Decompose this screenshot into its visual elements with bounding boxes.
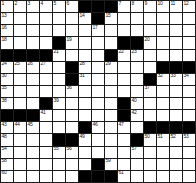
clue-number: 28 (80, 62, 85, 67)
cell-r3c8[interactable]: 17 (92, 25, 104, 36)
cell-r10c12[interactable] (144, 110, 156, 121)
clue-number: 41 (41, 110, 46, 115)
clue-number: 18 (2, 37, 7, 42)
cell-r15c1[interactable]: 60 (1, 171, 13, 182)
cell-r7c7[interactable]: 31 (79, 74, 91, 85)
cell-r4c7[interactable] (79, 37, 91, 48)
cell-r15c12[interactable] (144, 171, 156, 182)
cell-r10c4[interactable]: 41 (40, 110, 52, 121)
cell-r7c2[interactable] (14, 74, 26, 85)
cell-r7c5[interactable] (53, 74, 65, 85)
clue-number: 42 (132, 110, 137, 115)
cell-r6c4[interactable]: 27 (40, 62, 52, 73)
cell-r2c15[interactable] (183, 13, 195, 24)
cell-r15c2[interactable] (14, 171, 26, 182)
black-cell-r2c8 (92, 13, 104, 24)
cell-r8c9[interactable] (105, 86, 117, 97)
cell-r1c15[interactable]: 12 (183, 1, 195, 12)
cell-r13c9[interactable] (105, 147, 117, 158)
cell-r14c13[interactable] (157, 159, 169, 170)
cell-r4c9[interactable] (105, 37, 117, 48)
black-cell-r11c13 (157, 122, 169, 133)
cell-r15c11[interactable] (131, 171, 143, 182)
clue-number: 16 (2, 25, 7, 30)
cell-r3c4[interactable] (40, 25, 52, 36)
black-cell-r7c12 (144, 74, 156, 85)
clue-number: 1 (2, 1, 4, 6)
cell-r8c8[interactable] (92, 86, 104, 97)
cell-r13c5[interactable]: 55 (53, 147, 65, 158)
cell-r7c13[interactable]: 32 (157, 74, 169, 85)
cell-r7c3[interactable] (27, 74, 39, 85)
clue-number: 36 (67, 86, 72, 91)
black-cell-r11c15 (183, 122, 195, 133)
cell-r7c10[interactable] (118, 74, 130, 85)
cell-r6c8[interactable] (92, 62, 104, 73)
cell-r8c4[interactable] (40, 86, 52, 97)
black-cell-r5c3 (27, 50, 39, 61)
clue-number: 30 (2, 74, 7, 79)
cell-r12c4[interactable] (40, 134, 52, 145)
cell-r2c10[interactable] (118, 13, 130, 24)
clue-number: 58 (2, 159, 7, 164)
cell-r11c1[interactable]: 43 (1, 122, 13, 133)
black-cell-r12c11 (131, 134, 143, 145)
cell-r12c3[interactable] (27, 134, 39, 145)
cell-r2c4[interactable] (40, 13, 52, 24)
clue-number: 49 (80, 134, 85, 139)
clue-number: 21 (54, 50, 59, 55)
cell-r13c12[interactable] (144, 147, 156, 158)
black-cell-r11c7 (79, 122, 91, 133)
cell-r8c1[interactable]: 35 (1, 86, 13, 97)
cell-r15c14[interactable] (170, 171, 182, 182)
cell-r9c5[interactable]: 39 (53, 98, 65, 109)
black-cell-r10c10 (118, 110, 130, 121)
cell-r10c9[interactable] (105, 110, 117, 121)
clue-number: 39 (54, 98, 59, 103)
cell-r14c5[interactable] (53, 159, 65, 170)
cell-r14c6[interactable] (66, 159, 78, 170)
cell-r3c1[interactable]: 16 (1, 25, 13, 36)
black-cell-r5c2 (14, 50, 26, 61)
black-cell-r1c7 (79, 1, 91, 12)
cell-r14c4[interactable] (40, 159, 52, 170)
cell-r13c7[interactable] (79, 147, 91, 158)
cell-r9c9[interactable] (105, 98, 117, 109)
cell-r11c11[interactable] (131, 122, 143, 133)
cell-r12c9[interactable] (105, 134, 117, 145)
cell-r8c13[interactable] (157, 86, 169, 97)
clue-number: 37 (145, 86, 150, 91)
cell-r6c5[interactable] (53, 62, 65, 73)
cell-r13c1[interactable]: 54 (1, 147, 13, 158)
clue-number: 31 (80, 74, 85, 79)
clue-number: 48 (2, 134, 7, 139)
cell-r12c8[interactable] (92, 134, 104, 145)
cell-r14c1[interactable]: 58 (1, 159, 13, 170)
cell-r4c8[interactable] (92, 37, 104, 48)
black-cell-r11c14 (170, 122, 182, 133)
cell-r3c9[interactable] (105, 25, 117, 36)
cell-r15c13[interactable] (157, 171, 169, 182)
cell-r2c12[interactable] (144, 13, 156, 24)
cell-r3c13[interactable] (157, 25, 169, 36)
black-cell-r6c13 (157, 62, 169, 73)
cell-r9c1[interactable]: 38 (1, 98, 13, 109)
cell-r8c6[interactable]: 36 (66, 86, 78, 97)
cell-r13c4[interactable] (40, 147, 52, 158)
clue-number: 12 (184, 1, 189, 6)
clue-number: 3 (28, 1, 30, 6)
black-cell-r5c4 (40, 50, 52, 61)
cell-r9c3[interactable] (27, 98, 39, 109)
cell-r1c12[interactable]: 9 (144, 1, 156, 12)
cell-r2c2[interactable] (14, 13, 26, 24)
clue-number: 53 (184, 134, 189, 139)
black-cell-r12c5 (53, 134, 65, 145)
clue-number: 15 (106, 13, 111, 18)
cell-r12c7[interactable]: 49 (79, 134, 91, 145)
cell-r14c14[interactable] (170, 159, 182, 170)
cell-r8c11[interactable] (131, 86, 143, 97)
clue-number: 61 (119, 171, 124, 176)
cell-r5c14[interactable] (170, 50, 182, 61)
cell-r4c6[interactable]: 19 (66, 37, 78, 48)
clue-number: 6 (67, 1, 69, 6)
clue-number: 33 (171, 74, 176, 79)
clue-number: 59 (106, 159, 111, 164)
cell-r15c3[interactable] (27, 171, 39, 182)
clue-number: 32 (158, 74, 163, 79)
clue-number: 13 (2, 13, 7, 18)
cell-r5c11[interactable]: 23 (131, 50, 143, 61)
clue-number: 8 (132, 1, 134, 6)
black-cell-r10c2 (14, 110, 26, 121)
clue-number: 2 (15, 1, 17, 6)
cell-r5c12[interactable] (144, 50, 156, 61)
cell-r7c1[interactable]: 30 (1, 74, 13, 85)
clue-number: 29 (106, 62, 111, 67)
black-cell-r15c7 (79, 171, 91, 182)
cell-r12c1[interactable]: 48 (1, 134, 13, 145)
clue-number: 11 (171, 1, 176, 6)
cell-r13c14[interactable] (170, 147, 182, 158)
cell-r7c8[interactable] (92, 74, 104, 85)
cell-r2c14[interactable] (170, 13, 182, 24)
black-cell-r10c3 (27, 110, 39, 121)
cell-r2c11[interactable] (131, 13, 143, 24)
cell-r3c2[interactable] (14, 25, 26, 36)
cell-r8c5[interactable] (53, 86, 65, 97)
cell-r4c1[interactable]: 18 (1, 37, 13, 48)
black-cell-r15c9 (105, 171, 117, 182)
clue-number: 9 (145, 1, 147, 6)
black-cell-r9c10 (118, 98, 130, 109)
black-cell-r5c9 (105, 50, 117, 61)
cell-r14c11[interactable] (131, 159, 143, 170)
cell-r6c12[interactable] (144, 62, 156, 73)
cell-r6c2[interactable]: 25 (14, 62, 26, 73)
cell-r10c5[interactable] (53, 110, 65, 121)
cell-r3c14[interactable] (170, 25, 182, 36)
cell-r3c7[interactable] (79, 25, 91, 36)
clue-number: 52 (171, 134, 176, 139)
cell-r9c11[interactable]: 40 (131, 98, 143, 109)
clue-number: 25 (15, 62, 20, 67)
cell-r13c10[interactable] (118, 147, 130, 158)
cell-r7c14[interactable]: 33 (170, 74, 182, 85)
cell-r9c14[interactable] (170, 98, 182, 109)
cell-r2c13[interactable] (157, 13, 169, 24)
cell-r4c14[interactable] (170, 37, 182, 48)
cell-r10c8[interactable] (92, 110, 104, 121)
cell-r15c15[interactable] (183, 171, 195, 182)
cell-r10c11[interactable]: 42 (131, 110, 143, 121)
cell-r11c3[interactable]: 45 (27, 122, 39, 133)
cell-r15c6[interactable] (66, 171, 78, 182)
black-cell-r4c11 (131, 37, 143, 48)
cell-r3c11[interactable] (131, 25, 143, 36)
cell-r5c13[interactable] (157, 50, 169, 61)
cell-r1c4[interactable]: 4 (40, 1, 52, 12)
clue-number: 27 (41, 62, 46, 67)
cell-r15c4[interactable] (40, 171, 52, 182)
cell-r1c13[interactable]: 10 (157, 1, 169, 12)
clue-number: 7 (119, 1, 121, 6)
clue-number: 14 (80, 13, 85, 18)
cell-r9c15[interactable] (183, 98, 195, 109)
cell-r4c3[interactable] (27, 37, 39, 48)
clue-number: 23 (132, 50, 137, 55)
cell-r13c13[interactable] (157, 147, 169, 158)
cell-r5c5[interactable]: 21 (53, 50, 65, 61)
cell-r2c3[interactable] (27, 13, 39, 24)
cell-r5c6[interactable] (66, 50, 78, 61)
clue-number: 38 (2, 98, 7, 103)
cell-r13c11[interactable]: 57 (131, 147, 143, 158)
clue-number: 4 (41, 1, 43, 6)
cell-r1c1[interactable]: 1 (1, 1, 13, 12)
cell-r9c2[interactable] (14, 98, 26, 109)
cell-r9c8[interactable] (92, 98, 104, 109)
cell-r6c11[interactable] (131, 62, 143, 73)
cell-r6c7[interactable]: 28 (79, 62, 91, 73)
cell-r8c15[interactable] (183, 86, 195, 97)
cell-r9c13[interactable] (157, 98, 169, 109)
cell-r10c6[interactable] (66, 110, 78, 121)
cell-r2c5[interactable] (53, 13, 65, 24)
cell-r14c15[interactable] (183, 159, 195, 170)
clue-number: 19 (67, 37, 72, 42)
cell-r14c2[interactable] (14, 159, 26, 170)
black-cell-r5c1 (1, 50, 13, 61)
black-cell-r6c15 (183, 62, 195, 73)
cell-r6c10[interactable] (118, 62, 130, 73)
cell-r12c15[interactable]: 53 (183, 134, 195, 145)
cell-r12c12[interactable]: 50 (144, 134, 156, 145)
cell-r3c15[interactable] (183, 25, 195, 36)
cell-r4c12[interactable]: 20 (144, 37, 156, 48)
cell-r11c5[interactable] (53, 122, 65, 133)
black-cell-r12c6 (66, 134, 78, 145)
clue-number: 10 (158, 1, 163, 6)
black-cell-r4c10 (118, 37, 130, 48)
cell-r5c10[interactable]: 22 (118, 50, 130, 61)
black-cell-r7c6 (66, 74, 78, 85)
cell-r2c1[interactable]: 13 (1, 13, 13, 24)
cell-r8c2[interactable] (14, 86, 26, 97)
cell-r1c3[interactable]: 3 (27, 1, 39, 12)
cell-r10c7[interactable] (79, 110, 91, 121)
clue-number: 35 (2, 86, 7, 91)
cell-r10c13[interactable] (157, 110, 169, 121)
clue-number: 47 (119, 122, 124, 127)
black-cell-r6c6 (66, 62, 78, 73)
cell-r11c10[interactable]: 47 (118, 122, 130, 133)
cell-r8c3[interactable] (27, 86, 39, 97)
clue-number: 22 (119, 50, 124, 55)
cell-r14c9[interactable]: 59 (105, 159, 117, 170)
cell-r12c13[interactable]: 51 (157, 134, 169, 145)
cell-r9c6[interactable] (66, 98, 78, 109)
cell-r7c9[interactable] (105, 74, 117, 85)
cell-r13c6[interactable]: 56 (66, 147, 78, 158)
cell-r11c6[interactable] (66, 122, 78, 133)
clue-number: 34 (184, 74, 189, 79)
cell-r2c9[interactable]: 15 (105, 13, 117, 24)
cell-r4c13[interactable] (157, 37, 169, 48)
cell-r4c4[interactable] (40, 37, 52, 48)
cell-r2c6[interactable] (66, 13, 78, 24)
cell-r7c15[interactable]: 34 (183, 74, 195, 85)
cell-r3c6[interactable] (66, 25, 78, 36)
black-cell-r6c14 (170, 62, 182, 73)
clue-number: 26 (28, 62, 33, 67)
black-cell-r14c8 (92, 159, 104, 170)
cell-r1c11[interactable]: 8 (131, 1, 143, 12)
cell-r11c4[interactable] (40, 122, 52, 133)
black-cell-r9c4 (40, 98, 52, 109)
cell-r15c10[interactable]: 61 (118, 171, 130, 182)
cell-r14c10[interactable] (118, 159, 130, 170)
cell-r8c14[interactable] (170, 86, 182, 97)
cell-r11c8[interactable]: 46 (92, 122, 104, 133)
cell-r4c15[interactable] (183, 37, 195, 48)
cell-r10c15[interactable] (183, 110, 195, 121)
cell-r6c9[interactable]: 29 (105, 62, 117, 73)
cell-r3c3[interactable] (27, 25, 39, 36)
black-cell-r11c12 (144, 122, 156, 133)
cell-r11c2[interactable]: 44 (14, 122, 26, 133)
clue-number: 51 (158, 134, 163, 139)
cell-r11c9[interactable] (105, 122, 117, 133)
cell-r14c12[interactable] (144, 159, 156, 170)
cell-r6c1[interactable]: 24 (1, 62, 13, 73)
cell-r12c2[interactable] (14, 134, 26, 145)
cell-r15c5[interactable] (53, 171, 65, 182)
cell-r14c7[interactable] (79, 159, 91, 170)
cell-r5c15[interactable] (183, 50, 195, 61)
crossword-grid: 1234567891011121314151617181920212223242… (0, 0, 196, 183)
cell-r4c2[interactable] (14, 37, 26, 48)
clue-number: 45 (28, 122, 33, 127)
cell-r5c8[interactable] (92, 50, 104, 61)
cell-r9c12[interactable] (144, 98, 156, 109)
clue-number: 20 (145, 37, 150, 42)
cell-r3c10[interactable] (118, 25, 130, 36)
clue-number: 55 (54, 147, 59, 152)
black-cell-r10c1 (1, 110, 13, 121)
cell-r8c7[interactable] (79, 86, 91, 97)
cell-r10c14[interactable] (170, 110, 182, 121)
cell-r7c11[interactable] (131, 74, 143, 85)
cell-r1c10[interactable]: 7 (118, 1, 130, 12)
cell-r1c6[interactable]: 6 (66, 1, 78, 12)
cell-r13c3[interactable] (27, 147, 39, 158)
cell-r13c15[interactable] (183, 147, 195, 158)
cell-r3c5[interactable] (53, 25, 65, 36)
clue-number: 17 (93, 25, 98, 30)
clue-number: 40 (132, 98, 137, 103)
black-cell-r1c8 (92, 1, 104, 12)
cell-r12c14[interactable]: 52 (170, 134, 182, 145)
clue-number: 50 (145, 134, 150, 139)
cell-r1c2[interactable]: 2 (14, 1, 26, 12)
cell-r6c3[interactable]: 26 (27, 62, 39, 73)
cell-r1c14[interactable]: 11 (170, 1, 182, 12)
clue-number: 46 (93, 122, 98, 127)
cell-r1c5[interactable]: 5 (53, 1, 65, 12)
black-cell-r15c8 (92, 171, 104, 182)
cell-r13c8[interactable] (92, 147, 104, 158)
cell-r13c2[interactable] (14, 147, 26, 158)
cell-r3c12[interactable] (144, 25, 156, 36)
cell-r14c3[interactable] (27, 159, 39, 170)
clue-number: 54 (2, 147, 7, 152)
clue-number: 43 (2, 122, 7, 127)
clue-number: 60 (2, 171, 7, 176)
clue-number: 56 (67, 147, 72, 152)
cell-r5c7[interactable] (79, 50, 91, 61)
clue-number: 44 (15, 122, 20, 127)
cell-r9c7[interactable] (79, 98, 91, 109)
cell-r2c7[interactable]: 14 (79, 13, 91, 24)
black-cell-r4c5 (53, 37, 65, 48)
clue-number: 57 (132, 147, 137, 152)
clue-number: 24 (2, 62, 7, 67)
cell-r8c10[interactable] (118, 86, 130, 97)
cell-r12c10[interactable] (118, 134, 130, 145)
cell-r8c12[interactable]: 37 (144, 86, 156, 97)
clue-number: 5 (54, 1, 56, 6)
black-cell-r1c9 (105, 1, 117, 12)
cell-r7c4[interactable] (40, 74, 52, 85)
